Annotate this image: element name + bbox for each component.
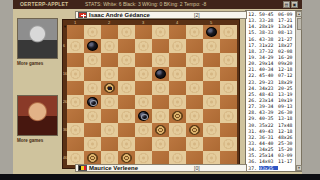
board-square[interactable] (84, 151, 101, 165)
board-coordinate-top: 2 (108, 20, 110, 25)
board-square[interactable] (203, 25, 220, 39)
board-square[interactable] (152, 81, 169, 95)
board-square[interactable] (135, 123, 152, 137)
more-games-link-top[interactable]: More games (17, 61, 43, 66)
board-coordinate-top: 1 (74, 20, 76, 25)
board-square[interactable] (118, 151, 135, 165)
board-square[interactable] (118, 81, 135, 95)
title-bar: OERTERP-APPLET STATS: White: 6 Black: 3 … (13, 0, 302, 9)
board-square[interactable] (84, 95, 101, 109)
board-square[interactable] (169, 151, 186, 165)
board-square[interactable] (135, 137, 152, 151)
board-square[interactable] (186, 53, 203, 67)
board-square[interactable] (203, 109, 220, 123)
board-square[interactable] (169, 95, 186, 109)
board-square[interactable] (84, 123, 101, 137)
board-coordinate-left: 46 (63, 156, 70, 160)
board-square[interactable] (101, 151, 118, 165)
board-square[interactable] (186, 123, 203, 137)
board-square[interactable] (186, 81, 203, 95)
board-square[interactable] (135, 39, 152, 53)
board-square[interactable] (101, 53, 118, 67)
board-square[interactable] (152, 137, 169, 151)
board-square[interactable] (84, 25, 101, 39)
board-square[interactable] (67, 25, 84, 39)
board-square[interactable] (101, 39, 118, 53)
board-square[interactable] (220, 137, 237, 151)
window-button-menu-icon[interactable]: ▤ (283, 1, 290, 8)
board: ▼ 12345616263646 (62, 19, 240, 169)
board-square[interactable] (220, 39, 237, 53)
board-square[interactable] (84, 67, 101, 81)
board-square[interactable] (203, 53, 220, 67)
board-square[interactable] (169, 53, 186, 67)
white-man[interactable] (189, 125, 200, 135)
board-square[interactable] (169, 25, 186, 39)
belgian-flag-icon (78, 165, 87, 171)
player-badge-top: [2] (194, 12, 200, 18)
sidebar: More games More games (13, 9, 62, 174)
board-square[interactable] (220, 151, 237, 165)
board-square[interactable] (186, 151, 203, 165)
board-coordinate-top: 5 (210, 20, 212, 25)
board-square[interactable] (152, 151, 169, 165)
board-square[interactable] (220, 95, 237, 109)
board-square[interactable] (118, 25, 135, 39)
player-name-top: Isaac André Gédance (89, 12, 150, 18)
board-square[interactable] (203, 81, 220, 95)
player-name-bottom: Maurice Verleene (89, 165, 138, 171)
board-square[interactable] (169, 137, 186, 151)
board-square[interactable] (84, 81, 101, 95)
board-square[interactable] (135, 81, 152, 95)
board-square[interactable] (84, 53, 101, 67)
board-square[interactable] (220, 53, 237, 67)
move-list: 12.50-4506-0913.33-2817-2114.28x1913x241… (245, 10, 302, 172)
board-square[interactable] (186, 67, 203, 81)
board-square[interactable] (169, 123, 186, 137)
board-square[interactable] (152, 39, 169, 53)
app-title: OERTERP-APPLET (20, 0, 68, 9)
black-king[interactable] (87, 97, 98, 107)
board-square[interactable] (203, 95, 220, 109)
white-man[interactable] (155, 125, 166, 135)
board-square[interactable] (118, 109, 135, 123)
board-square[interactable] (67, 109, 84, 123)
board-square[interactable] (101, 81, 118, 95)
applet-window: OERTERP-APPLET STATS: White: 6 Black: 3 … (13, 0, 302, 174)
more-games-link-bottom[interactable]: More games (17, 138, 43, 143)
board-square[interactable] (135, 25, 152, 39)
board-coordinate-left: 6 (63, 44, 70, 48)
board-dropdown-icon[interactable]: ▼ (63, 24, 67, 29)
board-square[interactable] (101, 67, 118, 81)
scroll-down-icon[interactable]: ▼ (296, 165, 302, 171)
board-square[interactable] (152, 123, 169, 137)
board-coordinate-left: 26 (63, 100, 70, 104)
black-man[interactable] (155, 69, 166, 79)
board-square[interactable] (84, 137, 101, 151)
board-square[interactable] (118, 95, 135, 109)
board-square[interactable] (169, 81, 186, 95)
board-square[interactable] (67, 81, 84, 95)
move-row[interactable]: 37.03x25 (247, 166, 294, 170)
board-square[interactable] (152, 95, 169, 109)
board-square[interactable] (220, 25, 237, 39)
board-square[interactable] (118, 123, 135, 137)
board-square[interactable] (101, 95, 118, 109)
board-square[interactable] (135, 151, 152, 165)
board-square[interactable] (220, 81, 237, 95)
move-number: 37. (247, 166, 257, 170)
move-list-rows: 12.50-4506-0913.33-2817-2114.28x1913x241… (247, 12, 294, 170)
board-grid (67, 25, 237, 165)
player-bar-bottom: Maurice Verleene [0] (75, 164, 247, 172)
stats-text: STATS: White: 6 Black: 3 WKing: 0 BKing:… (85, 0, 206, 9)
window-button-restore-icon[interactable]: ▣ (291, 1, 298, 8)
board-square[interactable] (203, 151, 220, 165)
player-bar-top: Isaac André Gédance [2] (75, 11, 247, 19)
board-square[interactable] (118, 53, 135, 67)
black-man[interactable] (87, 41, 98, 51)
player-badge-bottom: [0] (194, 165, 200, 171)
board-square[interactable] (186, 95, 203, 109)
board-square[interactable] (101, 109, 118, 123)
board-square[interactable] (84, 39, 101, 53)
board-square[interactable] (135, 95, 152, 109)
board-square[interactable] (67, 137, 84, 151)
scroll-thumb[interactable] (297, 18, 302, 30)
board-square[interactable] (135, 67, 152, 81)
player-photo-top[interactable] (17, 18, 58, 59)
board-square[interactable] (152, 25, 169, 39)
board-square[interactable] (186, 39, 203, 53)
board-square[interactable] (203, 123, 220, 137)
board-square[interactable] (101, 123, 118, 137)
board-square[interactable] (220, 109, 237, 123)
white-man-marked[interactable] (104, 83, 115, 93)
board-square[interactable] (169, 67, 186, 81)
board-square[interactable] (118, 39, 135, 53)
board-square[interactable] (101, 25, 118, 39)
board-square[interactable] (186, 25, 203, 39)
board-square[interactable] (118, 67, 135, 81)
board-square[interactable] (101, 137, 118, 151)
move-list-scrollbar[interactable]: ▲ ▼ (295, 11, 301, 171)
board-square[interactable] (84, 109, 101, 123)
board-coordinate-left: 36 (63, 128, 70, 132)
white-move-selected[interactable]: 03x25 (259, 166, 278, 170)
white-man[interactable] (121, 153, 132, 163)
player-photo-bottom[interactable] (17, 95, 58, 136)
screen: OERTERP-APPLET STATS: White: 6 Black: 3 … (0, 0, 320, 180)
board-square[interactable] (169, 39, 186, 53)
black-king[interactable] (138, 111, 149, 121)
white-man[interactable] (87, 153, 98, 163)
board-square[interactable] (67, 53, 84, 67)
board-square[interactable] (220, 67, 237, 81)
board-square[interactable] (118, 137, 135, 151)
board-coordinate-top: 4 (176, 20, 178, 25)
board-square[interactable] (203, 39, 220, 53)
board-coordinate-left: 16 (63, 72, 70, 76)
board-square[interactable] (203, 67, 220, 81)
white-man[interactable] (172, 111, 183, 121)
black-man[interactable] (206, 27, 217, 37)
board-square[interactable] (186, 137, 203, 151)
black-move[interactable] (278, 166, 294, 170)
board-square[interactable] (152, 53, 169, 67)
board-square[interactable] (169, 109, 186, 123)
board-square[interactable] (135, 53, 152, 67)
swiss-flag-icon (78, 12, 87, 18)
board-square[interactable] (152, 67, 169, 81)
board-square[interactable] (186, 109, 203, 123)
board-square[interactable] (152, 109, 169, 123)
board-square[interactable] (220, 123, 237, 137)
board-coordinate-top: 3 (142, 20, 144, 25)
board-square[interactable] (203, 137, 220, 151)
scroll-up-icon[interactable]: ▲ (296, 11, 302, 17)
board-square[interactable] (135, 109, 152, 123)
